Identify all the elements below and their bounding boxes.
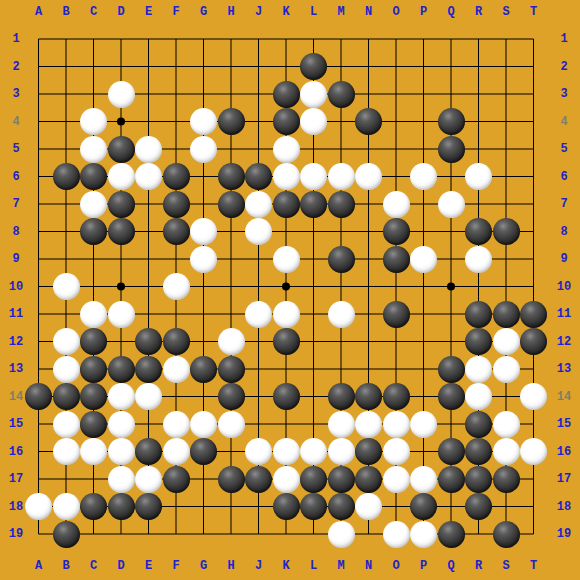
- white-stone-O17[interactable]: [383, 466, 410, 493]
- col-label-bottom-S: S: [496, 559, 516, 573]
- black-stone-Q16[interactable]: [438, 438, 465, 465]
- black-stone-C18[interactable]: [80, 493, 107, 520]
- black-stone-R16[interactable]: [465, 438, 492, 465]
- white-stone-K6[interactable]: [273, 163, 300, 190]
- row-label-left-11: 11: [3, 307, 29, 321]
- col-label-bottom-T: T: [524, 559, 544, 573]
- col-label-bottom-E: E: [139, 559, 159, 573]
- black-stone-O14[interactable]: [383, 383, 410, 410]
- col-label-top-B: B: [56, 5, 76, 19]
- col-label-bottom-H: H: [221, 559, 241, 573]
- white-stone-F10[interactable]: [163, 273, 190, 300]
- white-stone-S12[interactable]: [493, 328, 520, 355]
- black-stone-Q5[interactable]: [438, 136, 465, 163]
- white-stone-K9[interactable]: [273, 246, 300, 273]
- col-label-top-H: H: [221, 5, 241, 19]
- white-stone-P19[interactable]: [410, 521, 437, 548]
- go-board[interactable]: AABBCCDDEEFFGGHHJJKKLLMMNNOOPPQQRRSSTT11…: [0, 0, 580, 580]
- black-stone-R15[interactable]: [465, 411, 492, 438]
- black-stone-R8[interactable]: [465, 218, 492, 245]
- black-stone-E16[interactable]: [135, 438, 162, 465]
- col-label-bottom-A: A: [29, 559, 49, 573]
- star-point-D4: [117, 118, 125, 126]
- white-stone-P9[interactable]: [410, 246, 437, 273]
- white-stone-K17[interactable]: [273, 466, 300, 493]
- col-label-bottom-O: O: [386, 559, 406, 573]
- black-stone-E12[interactable]: [135, 328, 162, 355]
- black-stone-H4[interactable]: [218, 108, 245, 135]
- row-label-left-5: 5: [3, 142, 29, 156]
- black-stone-N14[interactable]: [355, 383, 382, 410]
- row-label-left-17: 17: [3, 472, 29, 486]
- row-label-right-14: 14: [551, 390, 577, 404]
- white-stone-M11[interactable]: [328, 301, 355, 328]
- col-label-bottom-G: G: [194, 559, 214, 573]
- black-stone-Q13[interactable]: [438, 356, 465, 383]
- black-stone-P18[interactable]: [410, 493, 437, 520]
- white-stone-J8[interactable]: [245, 218, 272, 245]
- row-label-left-8: 8: [3, 225, 29, 239]
- black-stone-H6[interactable]: [218, 163, 245, 190]
- black-stone-M7[interactable]: [328, 191, 355, 218]
- white-stone-M19[interactable]: [328, 521, 355, 548]
- black-stone-J6[interactable]: [245, 163, 272, 190]
- star-point-Q10: [447, 283, 455, 291]
- white-stone-H15[interactable]: [218, 411, 245, 438]
- col-label-top-Q: Q: [441, 5, 461, 19]
- row-label-left-9: 9: [3, 252, 29, 266]
- black-stone-L18[interactable]: [300, 493, 327, 520]
- black-stone-K12[interactable]: [273, 328, 300, 355]
- white-stone-E6[interactable]: [135, 163, 162, 190]
- black-stone-K18[interactable]: [273, 493, 300, 520]
- row-label-right-15: 15: [551, 417, 577, 431]
- white-stone-P6[interactable]: [410, 163, 437, 190]
- white-stone-K11[interactable]: [273, 301, 300, 328]
- white-stone-O7[interactable]: [383, 191, 410, 218]
- black-stone-E13[interactable]: [135, 356, 162, 383]
- black-stone-L17[interactable]: [300, 466, 327, 493]
- black-stone-O9[interactable]: [383, 246, 410, 273]
- white-stone-O19[interactable]: [383, 521, 410, 548]
- row-label-right-19: 19: [551, 527, 577, 541]
- row-label-right-11: 11: [551, 307, 577, 321]
- row-label-left-3: 3: [3, 87, 29, 101]
- black-stone-B6[interactable]: [53, 163, 80, 190]
- white-stone-F16[interactable]: [163, 438, 190, 465]
- col-label-bottom-K: K: [276, 559, 296, 573]
- star-point-K10: [282, 283, 290, 291]
- white-stone-M16[interactable]: [328, 438, 355, 465]
- white-stone-P15[interactable]: [410, 411, 437, 438]
- col-label-top-D: D: [111, 5, 131, 19]
- row-label-left-12: 12: [3, 335, 29, 349]
- row-label-right-1: 1: [551, 32, 577, 46]
- white-stone-J11[interactable]: [245, 301, 272, 328]
- col-label-bottom-C: C: [84, 559, 104, 573]
- white-stone-E14[interactable]: [135, 383, 162, 410]
- black-stone-R12[interactable]: [465, 328, 492, 355]
- black-stone-T12[interactable]: [520, 328, 547, 355]
- col-label-top-O: O: [386, 5, 406, 19]
- black-stone-Q4[interactable]: [438, 108, 465, 135]
- white-stone-P17[interactable]: [410, 466, 437, 493]
- black-stone-H7[interactable]: [218, 191, 245, 218]
- black-stone-F7[interactable]: [163, 191, 190, 218]
- white-stone-O15[interactable]: [383, 411, 410, 438]
- star-point-D10: [117, 283, 125, 291]
- white-stone-B12[interactable]: [53, 328, 80, 355]
- black-stone-S19[interactable]: [493, 521, 520, 548]
- white-stone-R13[interactable]: [465, 356, 492, 383]
- col-label-top-N: N: [359, 5, 379, 19]
- black-stone-C6[interactable]: [80, 163, 107, 190]
- black-stone-Q14[interactable]: [438, 383, 465, 410]
- white-stone-G8[interactable]: [190, 218, 217, 245]
- white-stone-G15[interactable]: [190, 411, 217, 438]
- row-label-right-17: 17: [551, 472, 577, 486]
- white-stone-R6[interactable]: [465, 163, 492, 190]
- white-stone-E5[interactable]: [135, 136, 162, 163]
- white-stone-D3[interactable]: [108, 81, 135, 108]
- black-stone-M18[interactable]: [328, 493, 355, 520]
- white-stone-L4[interactable]: [300, 108, 327, 135]
- col-label-bottom-F: F: [166, 559, 186, 573]
- row-label-left-4: 4: [3, 115, 29, 129]
- row-label-right-12: 12: [551, 335, 577, 349]
- white-stone-B13[interactable]: [53, 356, 80, 383]
- white-stone-J7[interactable]: [245, 191, 272, 218]
- col-label-bottom-J: J: [249, 559, 269, 573]
- col-label-top-M: M: [331, 5, 351, 19]
- black-stone-D7[interactable]: [108, 191, 135, 218]
- row-label-left-16: 16: [3, 445, 29, 459]
- row-label-left-6: 6: [3, 170, 29, 184]
- white-stone-L3[interactable]: [300, 81, 327, 108]
- black-stone-H17[interactable]: [218, 466, 245, 493]
- black-stone-A14[interactable]: [25, 383, 52, 410]
- row-label-right-9: 9: [551, 252, 577, 266]
- white-stone-S15[interactable]: [493, 411, 520, 438]
- row-label-right-2: 2: [551, 60, 577, 74]
- black-stone-R17[interactable]: [465, 466, 492, 493]
- black-stone-M9[interactable]: [328, 246, 355, 273]
- white-stone-B10[interactable]: [53, 273, 80, 300]
- black-stone-K3[interactable]: [273, 81, 300, 108]
- row-label-left-1: 1: [3, 32, 29, 46]
- white-stone-T16[interactable]: [520, 438, 547, 465]
- row-label-left-15: 15: [3, 417, 29, 431]
- white-stone-T14[interactable]: [520, 383, 547, 410]
- row-label-left-19: 19: [3, 527, 29, 541]
- white-stone-H12[interactable]: [218, 328, 245, 355]
- white-stone-D16[interactable]: [108, 438, 135, 465]
- black-stone-T11[interactable]: [520, 301, 547, 328]
- black-stone-S8[interactable]: [493, 218, 520, 245]
- col-label-top-L: L: [304, 5, 324, 19]
- black-stone-F12[interactable]: [163, 328, 190, 355]
- white-stone-N15[interactable]: [355, 411, 382, 438]
- black-stone-S17[interactable]: [493, 466, 520, 493]
- black-stone-M3[interactable]: [328, 81, 355, 108]
- white-stone-J16[interactable]: [245, 438, 272, 465]
- black-stone-K4[interactable]: [273, 108, 300, 135]
- white-stone-B15[interactable]: [53, 411, 80, 438]
- black-stone-C13[interactable]: [80, 356, 107, 383]
- row-label-right-3: 3: [551, 87, 577, 101]
- white-stone-G4[interactable]: [190, 108, 217, 135]
- row-label-right-13: 13: [551, 362, 577, 376]
- black-stone-N16[interactable]: [355, 438, 382, 465]
- black-stone-D5[interactable]: [108, 136, 135, 163]
- black-stone-H13[interactable]: [218, 356, 245, 383]
- white-stone-S16[interactable]: [493, 438, 520, 465]
- row-label-right-18: 18: [551, 500, 577, 514]
- black-stone-K7[interactable]: [273, 191, 300, 218]
- white-stone-D11[interactable]: [108, 301, 135, 328]
- col-label-top-A: A: [29, 5, 49, 19]
- row-label-right-5: 5: [551, 142, 577, 156]
- black-stone-N4[interactable]: [355, 108, 382, 135]
- white-stone-C7[interactable]: [80, 191, 107, 218]
- black-stone-C8[interactable]: [80, 218, 107, 245]
- white-stone-E17[interactable]: [135, 466, 162, 493]
- col-label-bottom-R: R: [469, 559, 489, 573]
- white-stone-C4[interactable]: [80, 108, 107, 135]
- white-stone-D6[interactable]: [108, 163, 135, 190]
- white-stone-D17[interactable]: [108, 466, 135, 493]
- row-label-right-7: 7: [551, 197, 577, 211]
- row-label-right-16: 16: [551, 445, 577, 459]
- white-stone-A18[interactable]: [25, 493, 52, 520]
- black-stone-D8[interactable]: [108, 218, 135, 245]
- white-stone-R9[interactable]: [465, 246, 492, 273]
- row-label-left-7: 7: [3, 197, 29, 211]
- row-label-left-13: 13: [3, 362, 29, 376]
- row-label-right-10: 10: [551, 280, 577, 294]
- black-stone-H14[interactable]: [218, 383, 245, 410]
- black-stone-L2[interactable]: [300, 53, 327, 80]
- row-label-left-2: 2: [3, 60, 29, 74]
- col-label-bottom-M: M: [331, 559, 351, 573]
- row-label-right-8: 8: [551, 225, 577, 239]
- white-stone-D14[interactable]: [108, 383, 135, 410]
- col-label-bottom-D: D: [111, 559, 131, 573]
- white-stone-C16[interactable]: [80, 438, 107, 465]
- black-stone-G13[interactable]: [190, 356, 217, 383]
- black-stone-F17[interactable]: [163, 466, 190, 493]
- white-stone-O16[interactable]: [383, 438, 410, 465]
- black-stone-Q19[interactable]: [438, 521, 465, 548]
- black-stone-F8[interactable]: [163, 218, 190, 245]
- white-stone-S13[interactable]: [493, 356, 520, 383]
- col-label-top-K: K: [276, 5, 296, 19]
- white-stone-M15[interactable]: [328, 411, 355, 438]
- white-stone-B18[interactable]: [53, 493, 80, 520]
- white-stone-C11[interactable]: [80, 301, 107, 328]
- black-stone-N17[interactable]: [355, 466, 382, 493]
- col-label-top-F: F: [166, 5, 186, 19]
- col-label-top-J: J: [249, 5, 269, 19]
- white-stone-Q7[interactable]: [438, 191, 465, 218]
- white-stone-G9[interactable]: [190, 246, 217, 273]
- black-stone-M14[interactable]: [328, 383, 355, 410]
- black-stone-J17[interactable]: [245, 466, 272, 493]
- col-label-top-R: R: [469, 5, 489, 19]
- white-stone-D15[interactable]: [108, 411, 135, 438]
- col-label-top-C: C: [84, 5, 104, 19]
- white-stone-C5[interactable]: [80, 136, 107, 163]
- col-label-bottom-L: L: [304, 559, 324, 573]
- black-stone-M17[interactable]: [328, 466, 355, 493]
- black-stone-R18[interactable]: [465, 493, 492, 520]
- col-label-top-S: S: [496, 5, 516, 19]
- black-stone-B19[interactable]: [53, 521, 80, 548]
- white-stone-F13[interactable]: [163, 356, 190, 383]
- black-stone-D18[interactable]: [108, 493, 135, 520]
- black-stone-D13[interactable]: [108, 356, 135, 383]
- col-label-bottom-P: P: [414, 559, 434, 573]
- col-label-bottom-Q: Q: [441, 559, 461, 573]
- col-label-top-E: E: [139, 5, 159, 19]
- white-stone-B16[interactable]: [53, 438, 80, 465]
- black-stone-O8[interactable]: [383, 218, 410, 245]
- col-label-top-P: P: [414, 5, 434, 19]
- row-label-left-10: 10: [3, 280, 29, 294]
- white-stone-N6[interactable]: [355, 163, 382, 190]
- black-stone-B14[interactable]: [53, 383, 80, 410]
- black-stone-G16[interactable]: [190, 438, 217, 465]
- col-label-bottom-N: N: [359, 559, 379, 573]
- white-stone-L6[interactable]: [300, 163, 327, 190]
- white-stone-M6[interactable]: [328, 163, 355, 190]
- black-stone-Q17[interactable]: [438, 466, 465, 493]
- black-stone-C14[interactable]: [80, 383, 107, 410]
- black-stone-F6[interactable]: [163, 163, 190, 190]
- col-label-top-G: G: [194, 5, 214, 19]
- row-label-right-6: 6: [551, 170, 577, 184]
- white-stone-R14[interactable]: [465, 383, 492, 410]
- white-stone-N18[interactable]: [355, 493, 382, 520]
- black-stone-L7[interactable]: [300, 191, 327, 218]
- black-stone-C12[interactable]: [80, 328, 107, 355]
- row-label-right-4: 4: [551, 115, 577, 129]
- black-stone-E18[interactable]: [135, 493, 162, 520]
- white-stone-L16[interactable]: [300, 438, 327, 465]
- white-stone-K5[interactable]: [273, 136, 300, 163]
- white-stone-F15[interactable]: [163, 411, 190, 438]
- white-stone-K16[interactable]: [273, 438, 300, 465]
- black-stone-S11[interactable]: [493, 301, 520, 328]
- white-stone-G5[interactable]: [190, 136, 217, 163]
- black-stone-R11[interactable]: [465, 301, 492, 328]
- col-label-top-T: T: [524, 5, 544, 19]
- black-stone-O11[interactable]: [383, 301, 410, 328]
- col-label-bottom-B: B: [56, 559, 76, 573]
- black-stone-C15[interactable]: [80, 411, 107, 438]
- black-stone-K14[interactable]: [273, 383, 300, 410]
